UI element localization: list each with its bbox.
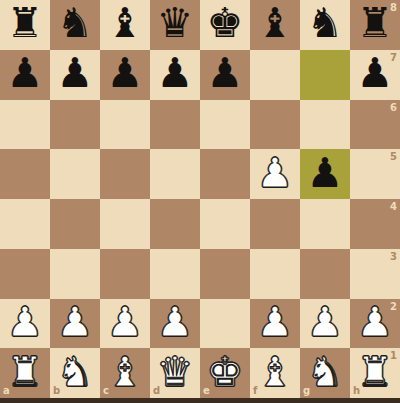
white-pawn[interactable]: ♟	[157, 302, 194, 343]
white-pawn[interactable]: ♟	[57, 302, 94, 343]
black-pawn[interactable]: ♟	[357, 53, 394, 94]
white-knight[interactable]: ♞	[307, 352, 344, 393]
square-g3[interactable]	[300, 249, 350, 299]
coordinate-rank-6: 6	[390, 103, 397, 113]
square-f7[interactable]	[250, 50, 300, 100]
square-b3[interactable]	[50, 249, 100, 299]
black-pawn[interactable]: ♟	[7, 53, 44, 94]
black-knight[interactable]: ♞	[307, 3, 344, 44]
square-h5[interactable]: 5	[350, 149, 400, 199]
square-d4[interactable]	[150, 199, 200, 249]
square-b4[interactable]	[50, 199, 100, 249]
square-c2[interactable]: ♟	[100, 299, 150, 349]
black-knight[interactable]: ♞	[57, 3, 94, 44]
square-e6[interactable]	[200, 100, 250, 150]
square-g6[interactable]	[300, 100, 350, 150]
square-h6[interactable]: 6	[350, 100, 400, 150]
square-g7[interactable]	[300, 50, 350, 100]
square-f1[interactable]: f♝	[250, 348, 300, 398]
square-b5[interactable]	[50, 149, 100, 199]
coordinate-rank-5: 5	[390, 152, 397, 162]
white-bishop[interactable]: ♝	[107, 352, 144, 393]
square-f3[interactable]	[250, 249, 300, 299]
square-e1[interactable]: e♚	[200, 348, 250, 398]
white-rook[interactable]: ♜	[357, 352, 394, 393]
square-d5[interactable]	[150, 149, 200, 199]
square-f4[interactable]	[250, 199, 300, 249]
coordinate-rank-4: 4	[390, 202, 397, 212]
black-pawn[interactable]: ♟	[157, 53, 194, 94]
square-d7[interactable]: ♟	[150, 50, 200, 100]
black-king[interactable]: ♚	[207, 3, 244, 44]
square-c6[interactable]	[100, 100, 150, 150]
square-f5[interactable]: ♟	[250, 149, 300, 199]
board-bottom-strip	[0, 398, 400, 403]
black-queen[interactable]: ♛	[157, 3, 194, 44]
square-d1[interactable]: d♛	[150, 348, 200, 398]
white-pawn[interactable]: ♟	[7, 302, 44, 343]
black-bishop[interactable]: ♝	[107, 3, 144, 44]
black-bishop[interactable]: ♝	[257, 3, 294, 44]
square-b2[interactable]: ♟	[50, 299, 100, 349]
square-e2[interactable]	[200, 299, 250, 349]
square-g5[interactable]: ♟	[300, 149, 350, 199]
square-a4[interactable]	[0, 199, 50, 249]
square-a1[interactable]: a♜	[0, 348, 50, 398]
square-e4[interactable]	[200, 199, 250, 249]
square-g8[interactable]: ♞	[300, 0, 350, 50]
square-g2[interactable]: ♟	[300, 299, 350, 349]
white-king[interactable]: ♚	[207, 352, 244, 393]
square-b8[interactable]: ♞	[50, 0, 100, 50]
square-f8[interactable]: ♝	[250, 0, 300, 50]
white-pawn[interactable]: ♟	[257, 153, 294, 194]
white-pawn[interactable]: ♟	[107, 302, 144, 343]
square-c4[interactable]	[100, 199, 150, 249]
square-c5[interactable]	[100, 149, 150, 199]
white-pawn[interactable]: ♟	[357, 302, 394, 343]
square-h7[interactable]: 7♟	[350, 50, 400, 100]
square-f2[interactable]: ♟	[250, 299, 300, 349]
square-h8[interactable]: 8♜	[350, 0, 400, 50]
black-pawn[interactable]: ♟	[57, 53, 94, 94]
black-pawn[interactable]: ♟	[307, 153, 344, 194]
square-a6[interactable]	[0, 100, 50, 150]
square-a2[interactable]: ♟	[0, 299, 50, 349]
white-queen[interactable]: ♛	[157, 352, 194, 393]
square-a3[interactable]	[0, 249, 50, 299]
square-d3[interactable]	[150, 249, 200, 299]
square-f6[interactable]	[250, 100, 300, 150]
square-h3[interactable]: 3	[350, 249, 400, 299]
square-b7[interactable]: ♟	[50, 50, 100, 100]
white-pawn[interactable]: ♟	[257, 302, 294, 343]
square-h2[interactable]: 2♟	[350, 299, 400, 349]
square-h1[interactable]: 1h♜	[350, 348, 400, 398]
square-c1[interactable]: c♝	[100, 348, 150, 398]
coordinate-rank-3: 3	[390, 252, 397, 262]
square-a7[interactable]: ♟	[0, 50, 50, 100]
square-e5[interactable]	[200, 149, 250, 199]
chess-app-stage: ♜♞♝♛♚♝♞8♜♟♟♟♟♟7♟6♟♟543♟♟♟♟♟♟2♟a♜b♞c♝d♛e♚…	[0, 0, 400, 403]
square-c8[interactable]: ♝	[100, 0, 150, 50]
white-bishop[interactable]: ♝	[257, 352, 294, 393]
square-b1[interactable]: b♞	[50, 348, 100, 398]
square-a8[interactable]: ♜	[0, 0, 50, 50]
chess-board[interactable]: ♜♞♝♛♚♝♞8♜♟♟♟♟♟7♟6♟♟543♟♟♟♟♟♟2♟a♜b♞c♝d♛e♚…	[0, 0, 400, 398]
square-h4[interactable]: 4	[350, 199, 400, 249]
black-rook[interactable]: ♜	[7, 3, 44, 44]
white-rook[interactable]: ♜	[7, 352, 44, 393]
square-b6[interactable]	[50, 100, 100, 150]
square-e3[interactable]	[200, 249, 250, 299]
square-d2[interactable]: ♟	[150, 299, 200, 349]
square-c3[interactable]	[100, 249, 150, 299]
square-d6[interactable]	[150, 100, 200, 150]
square-g4[interactable]	[300, 199, 350, 249]
square-a5[interactable]	[0, 149, 50, 199]
square-d8[interactable]: ♛	[150, 0, 200, 50]
square-c7[interactable]: ♟	[100, 50, 150, 100]
white-knight[interactable]: ♞	[57, 352, 94, 393]
square-e7[interactable]: ♟	[200, 50, 250, 100]
black-pawn[interactable]: ♟	[207, 53, 244, 94]
black-pawn[interactable]: ♟	[107, 53, 144, 94]
black-rook[interactable]: ♜	[357, 3, 394, 44]
square-e8[interactable]: ♚	[200, 0, 250, 50]
white-pawn[interactable]: ♟	[307, 302, 344, 343]
square-g1[interactable]: g♞	[300, 348, 350, 398]
